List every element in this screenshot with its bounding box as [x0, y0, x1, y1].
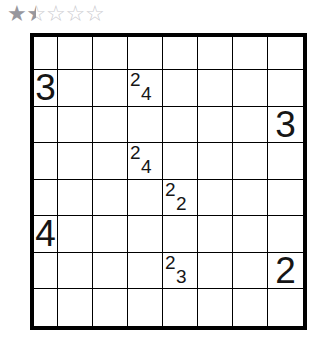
cell-r2c1[interactable]: 3: [34, 70, 58, 107]
cell-r4c7[interactable]: [233, 143, 268, 180]
star-outline-glyph: ☆: [66, 1, 86, 27]
cell-r3c7[interactable]: [233, 107, 268, 144]
cell-r4c2[interactable]: [58, 143, 93, 180]
cell-r4c6[interactable]: [198, 143, 233, 180]
cell-r5c2[interactable]: [58, 180, 93, 217]
cell-r4c3[interactable]: [93, 143, 128, 180]
cell-r6c7[interactable]: [233, 216, 268, 253]
cell-r4c1[interactable]: [34, 143, 58, 180]
star-empty-icon: ☆: [85, 1, 105, 27]
cell-r4c4[interactable]: 24: [128, 143, 163, 180]
cell-r3c8[interactable]: 3: [268, 107, 303, 144]
cell-r6c5[interactable]: [163, 216, 198, 253]
clue-value: 3: [35, 69, 56, 106]
cell-r6c1[interactable]: 4: [34, 216, 58, 253]
cell-r7c7[interactable]: [233, 253, 268, 290]
cell-r7c6[interactable]: [198, 253, 233, 290]
cell-r2c5[interactable]: [163, 70, 198, 107]
cell-r1c1[interactable]: [34, 37, 58, 70]
cell-r8c5[interactable]: [163, 289, 198, 326]
cell-r3c6[interactable]: [198, 107, 233, 144]
cell-r1c6[interactable]: [198, 37, 233, 70]
clue-value-bottom-right: 4: [141, 84, 152, 103]
cell-r4c8[interactable]: [268, 143, 303, 180]
star-glyph: ★: [7, 1, 27, 27]
cell-r7c3[interactable]: [93, 253, 128, 290]
cell-r2c4[interactable]: 24: [128, 70, 163, 107]
cell-r8c1[interactable]: [34, 289, 58, 326]
puzzle-page: ★☆★☆☆☆ 324324224232: [0, 0, 318, 342]
cell-r6c6[interactable]: [198, 216, 233, 253]
cell-r4c5[interactable]: [163, 143, 198, 180]
cell-r5c1[interactable]: [34, 180, 58, 217]
cell-r7c8[interactable]: 2: [268, 253, 303, 290]
cell-r5c8[interactable]: [268, 180, 303, 217]
star-empty-icon: ☆: [66, 1, 86, 27]
star-empty-icon: ☆: [46, 1, 66, 27]
star-half-icon: ☆★: [27, 1, 47, 27]
cell-r2c8[interactable]: [268, 70, 303, 107]
cell-r5c5[interactable]: 22: [163, 180, 198, 217]
clue-value-top-left: 2: [130, 70, 141, 89]
cell-r8c8[interactable]: [268, 289, 303, 326]
cell-r8c6[interactable]: [198, 289, 233, 326]
star-half-overlay: ★: [27, 1, 37, 27]
cell-r1c7[interactable]: [233, 37, 268, 70]
cell-r8c2[interactable]: [58, 289, 93, 326]
difficulty-rating: ★☆★☆☆☆: [7, 1, 105, 27]
star-full-icon: ★: [7, 1, 27, 27]
cell-r6c2[interactable]: [58, 216, 93, 253]
cell-r2c6[interactable]: [198, 70, 233, 107]
cell-r5c4[interactable]: [128, 180, 163, 217]
cell-r1c8[interactable]: [268, 37, 303, 70]
clue-value: 4: [35, 215, 56, 252]
clue-value-top-left: 2: [130, 143, 141, 162]
cell-r5c7[interactable]: [233, 180, 268, 217]
cell-r1c4[interactable]: [128, 37, 163, 70]
cell-r6c4[interactable]: [128, 216, 163, 253]
cell-r7c5[interactable]: 23: [163, 253, 198, 290]
cell-r2c2[interactable]: [58, 70, 93, 107]
cell-r3c1[interactable]: [34, 107, 58, 144]
cell-r6c3[interactable]: [93, 216, 128, 253]
clue-value: 3: [275, 106, 296, 143]
cell-r8c3[interactable]: [93, 289, 128, 326]
cell-r8c7[interactable]: [233, 289, 268, 326]
cell-r3c4[interactable]: [128, 107, 163, 144]
clue-value-bottom-right: 3: [176, 267, 187, 286]
clue-value: 2: [275, 252, 296, 289]
cell-r3c2[interactable]: [58, 107, 93, 144]
clue-value-bottom-right: 2: [176, 194, 187, 213]
cell-r1c2[interactable]: [58, 37, 93, 70]
star-glyph: ★: [27, 1, 37, 27]
cell-r1c3[interactable]: [93, 37, 128, 70]
cell-r5c3[interactable]: [93, 180, 128, 217]
cell-r8c4[interactable]: [128, 289, 163, 326]
cell-r2c3[interactable]: [93, 70, 128, 107]
clue-value-top-left: 2: [165, 180, 176, 199]
tapa-board: 324324224232: [30, 33, 307, 330]
cell-r2c7[interactable]: [233, 70, 268, 107]
clue-value-bottom-right: 4: [141, 157, 152, 176]
cell-r7c2[interactable]: [58, 253, 93, 290]
cell-r1c5[interactable]: [163, 37, 198, 70]
cell-r7c4[interactable]: [128, 253, 163, 290]
cell-r3c3[interactable]: [93, 107, 128, 144]
clue-value-top-left: 2: [165, 253, 176, 272]
cell-r6c8[interactable]: [268, 216, 303, 253]
star-outline-glyph: ☆: [46, 1, 66, 27]
cell-r3c5[interactable]: [163, 107, 198, 144]
star-outline-glyph: ☆: [85, 1, 105, 27]
cell-r5c6[interactable]: [198, 180, 233, 217]
cell-r7c1[interactable]: [34, 253, 58, 290]
